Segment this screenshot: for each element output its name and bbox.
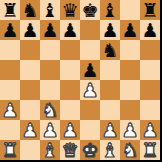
white-king[interactable]: ♚ <box>81 140 98 160</box>
square-g8[interactable] <box>120 0 140 20</box>
black-rook[interactable]: ♜ <box>1 0 18 20</box>
square-e2[interactable] <box>80 120 100 140</box>
white-pawn[interactable]: ♟ <box>41 120 58 140</box>
square-a5[interactable] <box>0 60 20 80</box>
black-pawn[interactable]: ♟ <box>141 20 158 40</box>
square-d3[interactable] <box>60 100 80 120</box>
black-pawn[interactable]: ♟ <box>81 60 98 80</box>
square-h3[interactable] <box>140 100 160 120</box>
square-a1[interactable]: ♜ <box>0 140 20 160</box>
white-rook[interactable]: ♜ <box>1 140 18 160</box>
square-h1[interactable]: ♜ <box>140 140 160 160</box>
black-bishop[interactable]: ♝ <box>41 0 58 20</box>
square-a2[interactable] <box>0 120 20 140</box>
square-g6[interactable] <box>120 40 140 60</box>
square-c6[interactable] <box>40 40 60 60</box>
square-e8[interactable]: ♚ <box>80 0 100 20</box>
white-pawn[interactable]: ♟ <box>101 120 118 140</box>
black-pawn[interactable]: ♟ <box>61 20 78 40</box>
white-pawn[interactable]: ♟ <box>61 120 78 140</box>
black-bishop[interactable]: ♝ <box>101 0 118 20</box>
square-b7[interactable]: ♟ <box>20 20 40 40</box>
white-pawn[interactable]: ♟ <box>1 100 18 120</box>
square-c7[interactable]: ♟ <box>40 20 60 40</box>
square-g7[interactable]: ♟ <box>120 20 140 40</box>
square-e3[interactable] <box>80 100 100 120</box>
black-pawn[interactable]: ♟ <box>121 20 138 40</box>
white-pawn[interactable]: ♟ <box>141 120 158 140</box>
square-c8[interactable]: ♝ <box>40 0 60 20</box>
square-d1[interactable]: ♛ <box>60 140 80 160</box>
white-pawn[interactable]: ♟ <box>121 120 138 140</box>
square-a8[interactable]: ♜ <box>0 0 20 20</box>
square-e5[interactable]: ♟ <box>80 60 100 80</box>
white-knight[interactable]: ♞ <box>41 100 58 120</box>
black-pawn[interactable]: ♟ <box>101 20 118 40</box>
square-b5[interactable] <box>20 60 40 80</box>
black-pawn[interactable]: ♟ <box>1 20 18 40</box>
square-f3[interactable] <box>100 100 120 120</box>
black-pawn[interactable]: ♟ <box>21 20 38 40</box>
black-rook[interactable]: ♜ <box>141 0 158 20</box>
square-h4[interactable] <box>140 80 160 100</box>
square-c3[interactable]: ♞ <box>40 100 60 120</box>
square-f5[interactable] <box>100 60 120 80</box>
square-b4[interactable] <box>20 80 40 100</box>
black-king[interactable]: ♚ <box>81 0 98 20</box>
square-d7[interactable]: ♟ <box>60 20 80 40</box>
square-c4[interactable] <box>40 80 60 100</box>
square-d5[interactable] <box>60 60 80 80</box>
square-e6[interactable] <box>80 40 100 60</box>
black-pawn[interactable]: ♟ <box>41 20 58 40</box>
square-e4[interactable]: ♟ <box>80 80 100 100</box>
square-g2[interactable]: ♟ <box>120 120 140 140</box>
square-g1[interactable]: ♞ <box>120 140 140 160</box>
square-c2[interactable]: ♟ <box>40 120 60 140</box>
white-knight[interactable]: ♞ <box>121 140 138 160</box>
square-f2[interactable]: ♟ <box>100 120 120 140</box>
square-b3[interactable] <box>20 100 40 120</box>
square-h2[interactable]: ♟ <box>140 120 160 140</box>
square-g5[interactable] <box>120 60 140 80</box>
chess-board: ♜♞♝♛♚♝♜♟♟♟♟♟♟♟♞♟♟♟♞♟♟♟♟♟♟♜♝♛♚♝♞♜ <box>0 0 162 162</box>
square-f8[interactable]: ♝ <box>100 0 120 20</box>
chess-board-screenshot: ♜♞♝♛♚♝♜♟♟♟♟♟♟♟♞♟♟♟♞♟♟♟♟♟♟♜♝♛♚♝♞♜ <box>0 0 162 162</box>
white-pawn[interactable]: ♟ <box>21 120 38 140</box>
square-h8[interactable]: ♜ <box>140 0 160 20</box>
black-knight[interactable]: ♞ <box>101 40 118 60</box>
square-h5[interactable] <box>140 60 160 80</box>
square-g3[interactable] <box>120 100 140 120</box>
square-c5[interactable] <box>40 60 60 80</box>
square-f4[interactable] <box>100 80 120 100</box>
square-e1[interactable]: ♚ <box>80 140 100 160</box>
square-d6[interactable] <box>60 40 80 60</box>
square-a7[interactable]: ♟ <box>0 20 20 40</box>
white-rook[interactable]: ♜ <box>141 140 158 160</box>
white-queen[interactable]: ♛ <box>61 140 78 160</box>
square-e7[interactable] <box>80 20 100 40</box>
square-d8[interactable]: ♛ <box>60 0 80 20</box>
white-bishop[interactable]: ♝ <box>41 140 58 160</box>
black-queen[interactable]: ♛ <box>61 0 78 20</box>
square-a6[interactable] <box>0 40 20 60</box>
square-b2[interactable]: ♟ <box>20 120 40 140</box>
white-pawn[interactable]: ♟ <box>81 80 98 100</box>
square-h7[interactable]: ♟ <box>140 20 160 40</box>
square-a3[interactable]: ♟ <box>0 100 20 120</box>
square-g4[interactable] <box>120 80 140 100</box>
square-d4[interactable] <box>60 80 80 100</box>
square-a4[interactable] <box>0 80 20 100</box>
square-b8[interactable]: ♞ <box>20 0 40 20</box>
square-c1[interactable]: ♝ <box>40 140 60 160</box>
square-f1[interactable]: ♝ <box>100 140 120 160</box>
white-bishop[interactable]: ♝ <box>101 140 118 160</box>
square-f7[interactable]: ♟ <box>100 20 120 40</box>
square-f6[interactable]: ♞ <box>100 40 120 60</box>
square-b1[interactable] <box>20 140 40 160</box>
square-b6[interactable] <box>20 40 40 60</box>
black-knight[interactable]: ♞ <box>21 0 38 20</box>
square-h6[interactable] <box>140 40 160 60</box>
square-d2[interactable]: ♟ <box>60 120 80 140</box>
